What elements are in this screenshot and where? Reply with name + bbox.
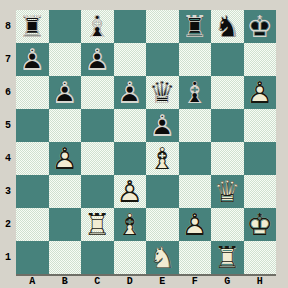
square-c5[interactable] — [81, 109, 114, 142]
piece-black-queen-detail: ♕ — [146, 76, 179, 109]
square-f4[interactable] — [179, 142, 212, 175]
square-d8[interactable] — [114, 10, 147, 43]
piece-black-bishop: ♝ — [179, 76, 212, 109]
piece-white-pawn: ♟ — [244, 76, 277, 109]
piece-black-bishop-detail: ♗ — [179, 76, 212, 109]
piece-white-queen-detail: ♕ — [211, 175, 244, 208]
piece-white-bishop: ♝ — [114, 208, 147, 241]
square-h1[interactable] — [244, 241, 277, 274]
file-label-C: C — [81, 275, 114, 288]
square-h7[interactable] — [244, 43, 277, 76]
square-g3[interactable]: ♛♕ — [211, 175, 244, 208]
file-labels: ABCDEFGH — [16, 275, 276, 288]
square-g2[interactable] — [211, 208, 244, 241]
file-label-G: G — [211, 275, 244, 288]
piece-white-king: ♚ — [244, 208, 277, 241]
square-a8[interactable]: ♜♖ — [16, 10, 49, 43]
file-label-D: D — [114, 275, 147, 288]
piece-white-knight: ♞ — [146, 241, 179, 274]
piece-white-pawn: ♟ — [114, 175, 147, 208]
square-g6[interactable] — [211, 76, 244, 109]
square-f1[interactable] — [179, 241, 212, 274]
square-f7[interactable] — [179, 43, 212, 76]
file-label-A: A — [16, 275, 49, 288]
piece-black-knight-detail: ♘ — [211, 10, 244, 43]
piece-black-rook: ♜ — [179, 10, 212, 43]
piece-white-pawn-detail: ♙ — [179, 208, 212, 241]
file-label-B: B — [49, 275, 82, 288]
square-c1[interactable] — [81, 241, 114, 274]
piece-black-pawn: ♟ — [114, 76, 147, 109]
square-f8[interactable]: ♜♖ — [179, 10, 212, 43]
piece-white-pawn-detail: ♙ — [114, 175, 147, 208]
square-g1[interactable]: ♜♖ — [211, 241, 244, 274]
piece-black-queen: ♛ — [146, 76, 179, 109]
square-e4[interactable]: ♝♗ — [146, 142, 179, 175]
square-h8[interactable]: ♚♔ — [244, 10, 277, 43]
rank-label-6: 6 — [0, 76, 16, 109]
piece-black-pawn-detail: ♙ — [114, 76, 147, 109]
piece-black-bishop: ♝ — [81, 10, 114, 43]
piece-black-pawn: ♟ — [16, 43, 49, 76]
square-h4[interactable] — [244, 142, 277, 175]
piece-white-rook: ♜ — [211, 241, 244, 274]
piece-white-rook-detail: ♖ — [81, 208, 114, 241]
piece-black-pawn-detail: ♙ — [16, 43, 49, 76]
piece-white-king-detail: ♔ — [244, 208, 277, 241]
square-f6[interactable]: ♝♗ — [179, 76, 212, 109]
square-a2[interactable] — [16, 208, 49, 241]
square-g4[interactable] — [211, 142, 244, 175]
square-d1[interactable] — [114, 241, 147, 274]
file-label-E: E — [146, 275, 179, 288]
piece-black-pawn-detail: ♙ — [146, 109, 179, 142]
square-h3[interactable] — [244, 175, 277, 208]
square-d7[interactable] — [114, 43, 147, 76]
square-a5[interactable] — [16, 109, 49, 142]
square-d2[interactable]: ♝♗ — [114, 208, 147, 241]
square-c6[interactable] — [81, 76, 114, 109]
piece-black-pawn-detail: ♙ — [81, 43, 114, 76]
square-b3[interactable] — [49, 175, 82, 208]
square-e6[interactable]: ♛♕ — [146, 76, 179, 109]
rank-label-4: 4 — [0, 142, 16, 175]
square-c7[interactable]: ♟♙ — [81, 43, 114, 76]
piece-white-bishop: ♝ — [146, 142, 179, 175]
square-b4[interactable]: ♟♙ — [49, 142, 82, 175]
square-b2[interactable] — [49, 208, 82, 241]
square-c2[interactable]: ♜♖ — [81, 208, 114, 241]
chess-board: ♜♖♝♗♜♖♞♘♚♔♟♙♟♙♟♙♟♙♛♕♝♗♟♙♟♙♟♙♝♗♟♙♛♕♜♖♝♗♟♙… — [16, 10, 276, 276]
piece-white-pawn-detail: ♙ — [244, 76, 277, 109]
piece-white-rook: ♜ — [81, 208, 114, 241]
piece-black-rook-detail: ♖ — [179, 10, 212, 43]
square-h5[interactable] — [244, 109, 277, 142]
square-a1[interactable] — [16, 241, 49, 274]
square-f5[interactable] — [179, 109, 212, 142]
piece-black-bishop-detail: ♗ — [81, 10, 114, 43]
piece-black-pawn: ♟ — [81, 43, 114, 76]
square-b8[interactable] — [49, 10, 82, 43]
piece-white-rook-detail: ♖ — [211, 241, 244, 274]
square-a7[interactable]: ♟♙ — [16, 43, 49, 76]
square-b1[interactable] — [49, 241, 82, 274]
piece-white-pawn-detail: ♙ — [49, 142, 82, 175]
rank-label-5: 5 — [0, 109, 16, 142]
square-c4[interactable] — [81, 142, 114, 175]
square-e7[interactable] — [146, 43, 179, 76]
piece-black-pawn: ♟ — [49, 76, 82, 109]
square-b5[interactable] — [49, 109, 82, 142]
square-b7[interactable] — [49, 43, 82, 76]
rank-label-7: 7 — [0, 43, 16, 76]
piece-black-rook: ♜ — [16, 10, 49, 43]
square-d3[interactable]: ♟♙ — [114, 175, 147, 208]
square-c3[interactable] — [81, 175, 114, 208]
square-d4[interactable] — [114, 142, 147, 175]
piece-white-bishop-detail: ♗ — [146, 142, 179, 175]
square-e8[interactable] — [146, 10, 179, 43]
rank-label-1: 1 — [0, 241, 16, 274]
square-g5[interactable] — [211, 109, 244, 142]
piece-black-pawn-detail: ♙ — [49, 76, 82, 109]
square-a6[interactable] — [16, 76, 49, 109]
rank-label-2: 2 — [0, 208, 16, 241]
square-g8[interactable]: ♞♘ — [211, 10, 244, 43]
rank-labels: 87654321 — [0, 10, 16, 274]
square-d5[interactable] — [114, 109, 147, 142]
square-a3[interactable] — [16, 175, 49, 208]
square-h6[interactable]: ♟♙ — [244, 76, 277, 109]
piece-black-king-detail: ♔ — [244, 10, 277, 43]
piece-black-pawn: ♟ — [146, 109, 179, 142]
square-e3[interactable] — [146, 175, 179, 208]
piece-white-bishop-detail: ♗ — [114, 208, 147, 241]
rank-label-8: 8 — [0, 10, 16, 43]
file-label-F: F — [179, 275, 212, 288]
square-e2[interactable] — [146, 208, 179, 241]
piece-white-pawn: ♟ — [49, 142, 82, 175]
square-g7[interactable] — [211, 43, 244, 76]
square-f2[interactable]: ♟♙ — [179, 208, 212, 241]
piece-black-king: ♚ — [244, 10, 277, 43]
square-d6[interactable]: ♟♙ — [114, 76, 147, 109]
square-b6[interactable]: ♟♙ — [49, 76, 82, 109]
piece-black-rook-detail: ♖ — [16, 10, 49, 43]
piece-white-queen: ♛ — [211, 175, 244, 208]
piece-black-knight: ♞ — [211, 10, 244, 43]
piece-white-knight-detail: ♘ — [146, 241, 179, 274]
file-label-H: H — [244, 275, 277, 288]
square-c8[interactable]: ♝♗ — [81, 10, 114, 43]
square-h2[interactable]: ♚♔ — [244, 208, 277, 241]
square-e5[interactable]: ♟♙ — [146, 109, 179, 142]
square-e1[interactable]: ♞♘ — [146, 241, 179, 274]
rank-label-3: 3 — [0, 175, 16, 208]
square-f3[interactable] — [179, 175, 212, 208]
square-a4[interactable] — [16, 142, 49, 175]
piece-white-pawn: ♟ — [179, 208, 212, 241]
